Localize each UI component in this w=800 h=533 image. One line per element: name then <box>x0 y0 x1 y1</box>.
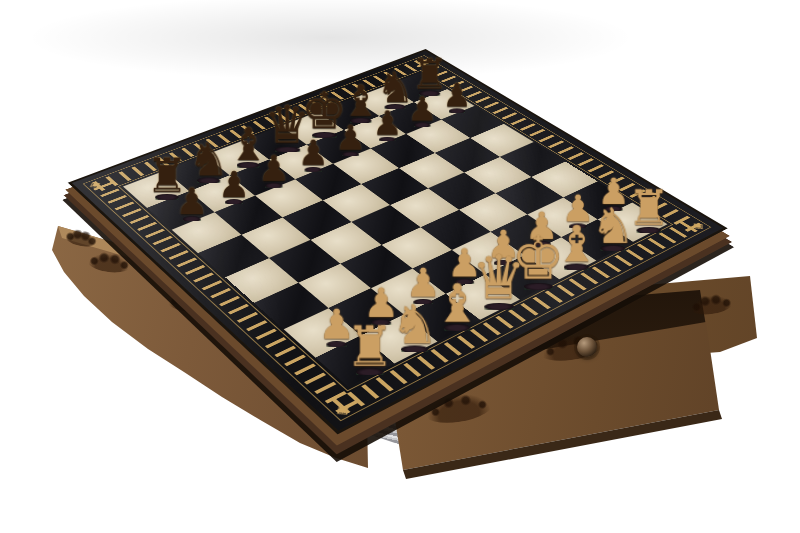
piece-white-bishop: ♝ <box>434 276 482 329</box>
piece-black-pawn: ♟ <box>372 107 402 141</box>
piece-black-pawn: ♟ <box>218 167 250 203</box>
piece-black-pawn: ♟ <box>258 151 290 186</box>
piece-white-rook: ♜ <box>345 319 394 374</box>
board-scene: ◈ ◈ ◈ ◈ ♜♞♝♛♚♝♞♜♟♟♟♟♟♟♟♟♟♟♟♟♟♟♟♟♜♞♝♛♚♝♞♜ <box>0 0 800 533</box>
board-top: ◈ ◈ ◈ ◈ ♜♞♝♛♚♝♞♜♟♟♟♟♟♟♟♟♟♟♟♟♟♟♟♟♜♞♝♛♚♝♞♜ <box>72 51 723 431</box>
piece-black-pawn: ♟ <box>176 184 209 221</box>
board-3d-wrapper: ◈ ◈ ◈ ◈ ♜♞♝♛♚♝♞♜♟♟♟♟♟♟♟♟♟♟♟♟♟♟♟♟♜♞♝♛♚♝♞♜ <box>68 49 728 434</box>
board-plate: ◈ ◈ ◈ ◈ ♜♞♝♛♚♝♞♜♟♟♟♟♟♟♟♟♟♟♟♟♟♟♟♟♜♞♝♛♚♝♞♜ <box>68 49 728 434</box>
piece-black-pawn: ♟ <box>298 136 329 171</box>
piece-black-pawn: ♟ <box>442 79 471 112</box>
piece-black-pawn: ♟ <box>335 121 366 155</box>
chess-cabinet-photo: ◈ ◈ ◈ ◈ ♜♞♝♛♚♝♞♜♟♟♟♟♟♟♟♟♟♟♟♟♟♟♟♟♜♞♝♛♚♝♞♜ <box>0 0 800 533</box>
piece-black-pawn: ♟ <box>408 93 438 126</box>
piece-white-knight: ♞ <box>390 297 438 351</box>
